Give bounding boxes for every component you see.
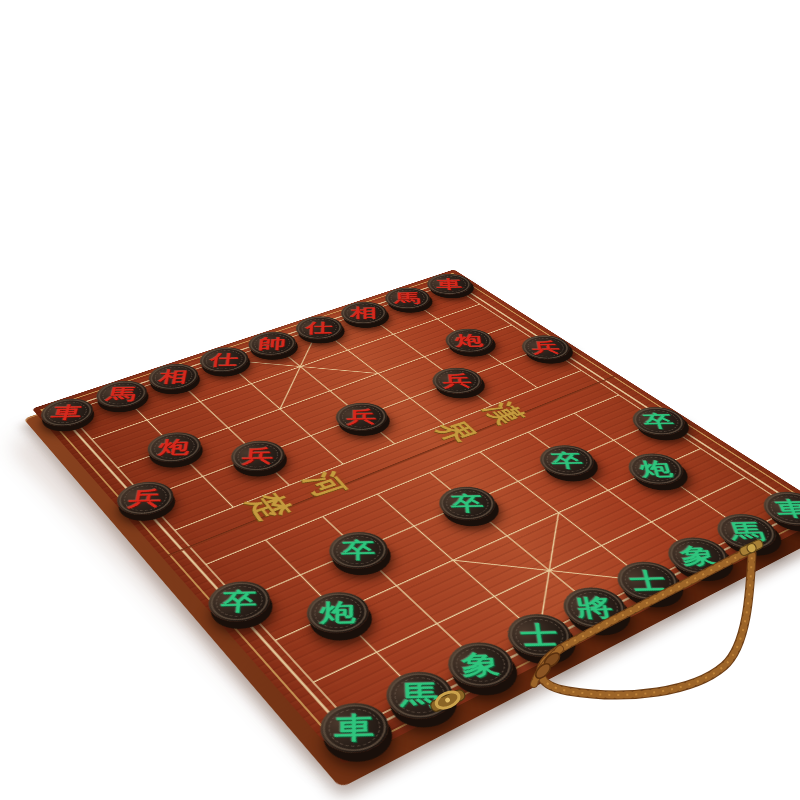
product-photo-stage: 楚河 漢界 車馬相仕帥仕相馬車炮炮兵兵兵兵兵卒卒卒卒卒炮炮車馬象士將士象馬車	[0, 0, 800, 800]
rope-handle	[533, 549, 752, 695]
brass-clasp[interactable]	[428, 686, 467, 713]
accessories-overlay	[0, 0, 800, 800]
